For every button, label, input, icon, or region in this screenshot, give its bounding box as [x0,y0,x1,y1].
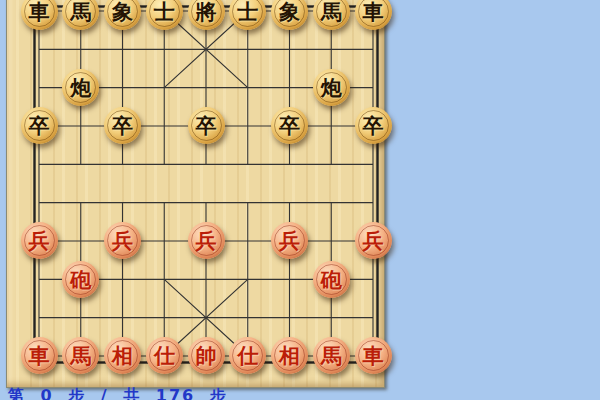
xiangqi-piece-black[interactable]: 卒 [21,107,58,144]
xiangqi-piece-red[interactable]: 砲 [313,261,350,298]
xiangqi-piece-black[interactable]: 將 [188,0,225,30]
xiangqi-piece-black[interactable]: 炮 [313,69,350,106]
xiangqi-piece-black[interactable]: 卒 [188,107,225,144]
move-counter: 第 0 步 / 共 176 步 [8,386,228,400]
xiangqi-piece-black[interactable]: 車 [21,0,58,30]
board-grid [7,0,384,387]
xiangqi-piece-red[interactable]: 馬 [313,337,350,374]
xiangqi-piece-red[interactable]: 車 [355,337,392,374]
xiangqi-app-window: 車馬象士將士象馬車炮炮卒卒卒卒卒兵兵兵兵兵砲砲車馬相仕帥仕相馬車 第 0 步 /… [0,0,600,400]
xiangqi-piece-red[interactable]: 兵 [21,222,58,259]
xiangqi-piece-black[interactable]: 卒 [355,107,392,144]
xiangqi-piece-red[interactable]: 車 [21,337,58,374]
xiangqi-board[interactable]: 車馬象士將士象馬車炮炮卒卒卒卒卒兵兵兵兵兵砲砲車馬相仕帥仕相馬車 [6,0,385,388]
xiangqi-piece-red[interactable]: 帥 [188,337,225,374]
xiangqi-piece-red[interactable]: 砲 [62,261,99,298]
xiangqi-piece-black[interactable]: 車 [355,0,392,30]
xiangqi-piece-red[interactable]: 仕 [146,337,183,374]
xiangqi-piece-red[interactable]: 兵 [355,222,392,259]
xiangqi-piece-red[interactable]: 兵 [188,222,225,259]
